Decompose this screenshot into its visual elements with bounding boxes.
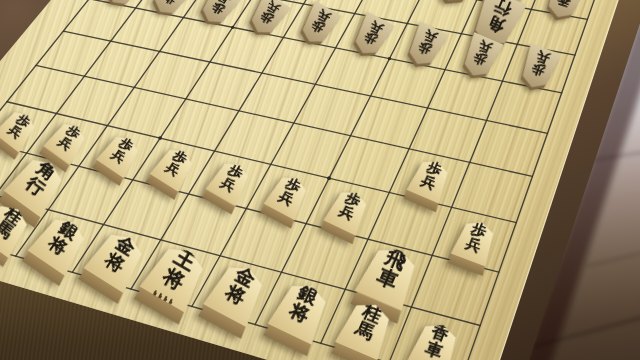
piece-pawn-6g[interactable]: 歩兵 [149, 142, 199, 193]
piece-face: 歩兵 [516, 43, 563, 93]
piece-pawn-3g[interactable]: 歩兵 [322, 184, 373, 236]
piece-kanji-label: 歩兵 [250, 0, 292, 32]
piece-pawn-4c[interactable]: 歩兵 [348, 11, 396, 61]
piece-face: 金将 [377, 0, 435, 1]
piece-kanji-label: 歩兵 [154, 143, 199, 185]
piece-side-face [375, 0, 433, 4]
piece-lance-1i[interactable]: 香車 [406, 317, 464, 360]
piece-pawn-5c[interactable]: 歩兵 [296, 1, 343, 51]
piece-pawn-1c[interactable]: 歩兵 [516, 43, 563, 93]
piece-pawn-1g[interactable]: 歩兵 [449, 215, 500, 267]
piece-pawn-9c[interactable]: 歩兵 [101, 0, 148, 11]
piece-pawn-5g[interactable]: 歩兵 [205, 156, 256, 207]
piece-pawn-7g[interactable]: 歩兵 [95, 129, 145, 179]
piece-kanji-label: 歩兵 [267, 171, 313, 213]
piece-pawn-6c[interactable]: 歩兵 [245, 0, 292, 40]
piece-kanji-label: 金将 [208, 258, 272, 316]
piece-kanji-label: 銀将 [272, 276, 335, 332]
piece-kanji-label: 歩兵 [210, 157, 255, 199]
piece-face: 香車 [406, 317, 464, 360]
piece-kanji-label: 歩兵 [0, 105, 40, 146]
piece-kanji-label: 歩兵 [409, 156, 454, 196]
piece-kanji-label: 金将 [89, 225, 151, 283]
piece-silver-3i[interactable]: 銀将 [266, 275, 336, 345]
piece-kanji-label: 飛車 [359, 241, 425, 299]
piece-pawn-8g[interactable]: 歩兵 [43, 117, 92, 167]
piece-pawn-8c[interactable]: 歩兵 [148, 0, 195, 21]
piece-pawn-9g[interactable]: 歩兵 [0, 104, 41, 153]
shogi-photo-scene: 香車桂馬銀将金将玉将金将銀将桂馬香車飛車角行歩兵歩兵歩兵歩兵歩兵歩兵歩兵歩兵歩兵… [0, 0, 640, 360]
piece-pawn-2f[interactable]: 歩兵 [405, 155, 455, 205]
piece-pawn-3c[interactable]: 歩兵 [402, 21, 449, 71]
piece-kanji-label: 歩兵 [327, 185, 373, 226]
piece-kanji-label: 歩兵 [48, 117, 91, 158]
piece-kanji-label: 歩兵 [100, 130, 144, 171]
piece-kanji-label: 香車 [410, 319, 464, 360]
piece-kanji-label: 歩兵 [453, 217, 500, 258]
piece-gold-4a[interactable]: 金将 [377, 0, 435, 1]
piece-pawn-4g[interactable]: 歩兵 [262, 170, 313, 221]
piece-lance-1a[interactable]: 香車 [542, 0, 589, 23]
piece-kanji-label: 歩兵 [300, 1, 342, 42]
piece-kanji-label: 銀将 [33, 210, 93, 266]
pieces-layer: 香車桂馬銀将金将玉将金将銀将桂馬香車飛車角行歩兵歩兵歩兵歩兵歩兵歩兵歩兵歩兵歩兵… [0, 0, 640, 360]
piece-pawn-7c[interactable]: 歩兵 [195, 0, 242, 30]
piece-side-face [427, 0, 484, 12]
piece-face: 歩兵 [101, 0, 148, 11]
